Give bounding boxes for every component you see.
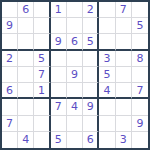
- sudoku-cell-r9c3[interactable]: [34, 132, 50, 148]
- sudoku-cell-r9c2[interactable]: 4: [18, 132, 34, 148]
- sudoku-cell-r4c8[interactable]: [116, 51, 132, 67]
- sudoku-cell-r4c6[interactable]: [83, 51, 99, 67]
- sudoku-cell-r2c1[interactable]: 9: [2, 18, 18, 34]
- sudoku-cell-r3c1[interactable]: [2, 34, 18, 50]
- sudoku-cell-r9c4[interactable]: 5: [51, 132, 67, 148]
- sudoku-cell-r7c5[interactable]: 4: [67, 99, 83, 115]
- sudoku-cell-r7c6[interactable]: 9: [83, 99, 99, 115]
- sudoku-cell-r4c5[interactable]: [67, 51, 83, 67]
- sudoku-cell-r5c6[interactable]: [83, 67, 99, 83]
- sudoku-cell-r9c8[interactable]: 3: [116, 132, 132, 148]
- sudoku-cell-r3c9[interactable]: [132, 34, 148, 50]
- sudoku-cell-r7c8[interactable]: [116, 99, 132, 115]
- sudoku-cell-r5c5[interactable]: 9: [67, 67, 83, 83]
- sudoku-cell-r5c2[interactable]: [18, 67, 34, 83]
- sudoku-cell-r6c8[interactable]: [116, 83, 132, 99]
- sudoku-cell-r4c4[interactable]: [51, 51, 67, 67]
- sudoku-cell-r2c8[interactable]: [116, 18, 132, 34]
- sudoku-cell-r2c4[interactable]: [51, 18, 67, 34]
- sudoku-cell-r8c2[interactable]: [18, 116, 34, 132]
- sudoku-cell-r6c4[interactable]: [51, 83, 67, 99]
- sudoku-cell-r9c9[interactable]: [132, 132, 148, 148]
- sudoku-cell-r8c4[interactable]: [51, 116, 67, 132]
- sudoku-cell-r1c3[interactable]: [34, 2, 50, 18]
- sudoku-cell-r7c9[interactable]: [132, 99, 148, 115]
- sudoku-cell-r2c2[interactable]: [18, 18, 34, 34]
- sudoku-cell-r5c7[interactable]: 5: [99, 67, 115, 83]
- sudoku-cell-r8c6[interactable]: [83, 116, 99, 132]
- sudoku-cell-r3c8[interactable]: [116, 34, 132, 50]
- sudoku-cell-r3c3[interactable]: [34, 34, 50, 50]
- sudoku-cell-r4c9[interactable]: 8: [132, 51, 148, 67]
- sudoku-cell-r1c6[interactable]: 2: [83, 2, 99, 18]
- sudoku-cell-r4c2[interactable]: [18, 51, 34, 67]
- sudoku-cell-r7c3[interactable]: [34, 99, 50, 115]
- sudoku-cell-r8c9[interactable]: 9: [132, 116, 148, 132]
- sudoku-cell-r8c5[interactable]: [67, 116, 83, 132]
- sudoku-cell-r5c4[interactable]: [51, 67, 67, 83]
- sudoku-cell-r9c6[interactable]: 6: [83, 132, 99, 148]
- sudoku-cell-r6c3[interactable]: 1: [34, 83, 50, 99]
- sudoku-cell-r6c7[interactable]: 4: [99, 83, 115, 99]
- sudoku-cell-r2c7[interactable]: [99, 18, 115, 34]
- sudoku-cell-r9c1[interactable]: [2, 132, 18, 148]
- sudoku-cell-r5c9[interactable]: [132, 67, 148, 83]
- sudoku-cell-r7c4[interactable]: 7: [51, 99, 67, 115]
- sudoku-cell-r1c8[interactable]: 7: [116, 2, 132, 18]
- sudoku-cell-r9c5[interactable]: [67, 132, 83, 148]
- sudoku-cell-r8c7[interactable]: [99, 116, 115, 132]
- sudoku-cell-r4c1[interactable]: 2: [2, 51, 18, 67]
- sudoku-cell-r3c2[interactable]: [18, 34, 34, 50]
- sudoku-cell-r2c3[interactable]: [34, 18, 50, 34]
- sudoku-cell-r2c5[interactable]: [67, 18, 83, 34]
- sudoku-cell-r6c2[interactable]: [18, 83, 34, 99]
- sudoku-cell-r6c9[interactable]: 7: [132, 83, 148, 99]
- sudoku-cell-r1c9[interactable]: [132, 2, 148, 18]
- sudoku-cell-r1c5[interactable]: [67, 2, 83, 18]
- sudoku-cell-r1c1[interactable]: [2, 2, 18, 18]
- sudoku-cell-r1c7[interactable]: [99, 2, 115, 18]
- sudoku-cell-r6c5[interactable]: [67, 83, 83, 99]
- sudoku-board: 61279596525387956147749794563: [0, 0, 150, 150]
- sudoku-cell-r8c3[interactable]: [34, 116, 50, 132]
- sudoku-cell-r7c1[interactable]: [2, 99, 18, 115]
- sudoku-cell-r6c1[interactable]: 6: [2, 83, 18, 99]
- sudoku-cell-r9c7[interactable]: [99, 132, 115, 148]
- sudoku-cell-r4c7[interactable]: 3: [99, 51, 115, 67]
- sudoku-cell-r1c2[interactable]: 6: [18, 2, 34, 18]
- sudoku-cell-r3c7[interactable]: [99, 34, 115, 50]
- sudoku-cell-r3c4[interactable]: 9: [51, 34, 67, 50]
- sudoku-cell-r7c7[interactable]: [99, 99, 115, 115]
- sudoku-cell-r3c6[interactable]: 5: [83, 34, 99, 50]
- sudoku-cell-r3c5[interactable]: 6: [67, 34, 83, 50]
- sudoku-cell-r6c6[interactable]: [83, 83, 99, 99]
- sudoku-cell-r8c1[interactable]: 7: [2, 116, 18, 132]
- sudoku-cell-r4c3[interactable]: 5: [34, 51, 50, 67]
- sudoku-cell-r2c9[interactable]: 5: [132, 18, 148, 34]
- sudoku-cell-r5c8[interactable]: [116, 67, 132, 83]
- sudoku-cell-r5c1[interactable]: [2, 67, 18, 83]
- sudoku-cell-r2c6[interactable]: [83, 18, 99, 34]
- sudoku-cell-r8c8[interactable]: [116, 116, 132, 132]
- sudoku-cell-r1c4[interactable]: 1: [51, 2, 67, 18]
- sudoku-cell-r7c2[interactable]: [18, 99, 34, 115]
- sudoku-cell-r5c3[interactable]: 7: [34, 67, 50, 83]
